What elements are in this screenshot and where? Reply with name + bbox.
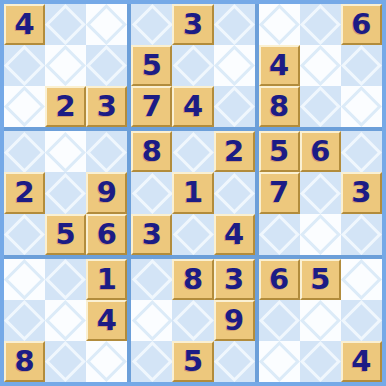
cell-r5c1: 2 bbox=[4, 172, 45, 213]
box-r1c1: 423 bbox=[4, 4, 127, 127]
cell-r6c7[interactable] bbox=[259, 214, 300, 255]
given-digit: 3 bbox=[183, 10, 203, 39]
cell-r4c2[interactable] bbox=[45, 131, 86, 172]
given-digit: 4 bbox=[97, 306, 117, 335]
cell-r2c9[interactable] bbox=[341, 45, 382, 86]
box-r2c3: 5673 bbox=[259, 131, 382, 254]
empty-cell-diamond-icon bbox=[300, 300, 341, 341]
given-digit: 4 bbox=[269, 51, 289, 80]
cell-r9c7[interactable] bbox=[259, 341, 300, 382]
cell-r8c5[interactable] bbox=[172, 300, 213, 341]
given-digit: 6 bbox=[97, 220, 117, 249]
given-digit: 7 bbox=[142, 92, 162, 121]
cell-r1c6[interactable] bbox=[214, 4, 255, 45]
given-digit: 5 bbox=[310, 265, 330, 294]
given-digit: 9 bbox=[224, 306, 244, 335]
empty-cell-diamond-icon bbox=[4, 45, 45, 86]
cell-r6c9[interactable] bbox=[341, 214, 382, 255]
cell-r1c2[interactable] bbox=[45, 4, 86, 45]
empty-cell-diamond-icon bbox=[132, 259, 173, 300]
empty-cell-diamond-icon bbox=[300, 45, 341, 86]
empty-cell-diamond-icon bbox=[259, 300, 300, 341]
given-digit: 2 bbox=[14, 178, 34, 207]
cell-r8c1[interactable] bbox=[4, 300, 45, 341]
given-digit: 8 bbox=[269, 92, 289, 121]
cell-r1c7[interactable] bbox=[259, 4, 300, 45]
cell-r3c8[interactable] bbox=[300, 86, 341, 127]
cell-r6c4: 3 bbox=[131, 214, 172, 255]
given-digit: 3 bbox=[142, 220, 162, 249]
given-digit: 7 bbox=[269, 178, 289, 207]
given-digit: 1 bbox=[97, 265, 117, 294]
given-digit: 4 bbox=[224, 220, 244, 249]
cell-r3c5: 4 bbox=[172, 86, 213, 127]
cell-r8c9[interactable] bbox=[341, 300, 382, 341]
cell-r5c7: 7 bbox=[259, 172, 300, 213]
cell-r1c3[interactable] bbox=[86, 4, 127, 45]
cell-r5c2[interactable] bbox=[45, 172, 86, 213]
empty-cell-diamond-icon bbox=[86, 132, 127, 173]
empty-cell-diamond-icon bbox=[214, 341, 255, 382]
given-digit: 3 bbox=[97, 92, 117, 121]
empty-cell-diamond-icon bbox=[45, 45, 86, 86]
cell-r1c5: 3 bbox=[172, 4, 213, 45]
empty-cell-diamond-icon bbox=[45, 173, 86, 214]
cell-r7c8: 5 bbox=[300, 259, 341, 300]
cell-r3c6[interactable] bbox=[214, 86, 255, 127]
given-digit: 1 bbox=[183, 178, 203, 207]
given-digit: 5 bbox=[56, 220, 76, 249]
given-digit: 6 bbox=[310, 137, 330, 166]
cell-r8c8[interactable] bbox=[300, 300, 341, 341]
cell-r2c5[interactable] bbox=[172, 45, 213, 86]
given-digit: 3 bbox=[351, 178, 371, 207]
empty-cell-diamond-icon bbox=[341, 259, 382, 300]
cell-r7c3: 1 bbox=[86, 259, 127, 300]
box-r3c2: 8395 bbox=[131, 259, 254, 382]
cell-r6c6: 4 bbox=[214, 214, 255, 255]
empty-cell-diamond-icon bbox=[300, 214, 341, 255]
cell-r7c7: 6 bbox=[259, 259, 300, 300]
empty-cell-diamond-icon bbox=[214, 86, 255, 127]
empty-cell-diamond-icon bbox=[45, 4, 86, 45]
sudoku-board: 423357464829568213456731488395654 bbox=[0, 0, 386, 386]
box-r3c1: 148 bbox=[4, 259, 127, 382]
empty-cell-diamond-icon bbox=[341, 86, 382, 127]
given-digit: 3 bbox=[224, 265, 244, 294]
empty-cell-diamond-icon bbox=[86, 341, 127, 382]
empty-cell-diamond-icon bbox=[259, 341, 300, 382]
empty-cell-diamond-icon bbox=[300, 173, 341, 214]
cell-r6c5[interactable] bbox=[172, 214, 213, 255]
empty-cell-diamond-icon bbox=[173, 45, 214, 86]
cell-r1c4[interactable] bbox=[131, 4, 172, 45]
empty-cell-diamond-icon bbox=[86, 45, 127, 86]
empty-cell-diamond-icon bbox=[300, 341, 341, 382]
empty-cell-diamond-icon bbox=[214, 4, 255, 45]
cell-r9c4[interactable] bbox=[131, 341, 172, 382]
given-digit: 2 bbox=[56, 92, 76, 121]
empty-cell-diamond-icon bbox=[86, 4, 127, 45]
cell-r4c3[interactable] bbox=[86, 131, 127, 172]
cell-r3c2: 2 bbox=[45, 86, 86, 127]
empty-cell-diamond-icon bbox=[4, 86, 45, 127]
cell-r3c3: 3 bbox=[86, 86, 127, 127]
cell-r2c7: 4 bbox=[259, 45, 300, 86]
given-digit: 4 bbox=[351, 347, 371, 376]
empty-cell-diamond-icon bbox=[341, 214, 382, 255]
given-digit: 9 bbox=[97, 178, 117, 207]
empty-cell-diamond-icon bbox=[4, 259, 45, 300]
cell-r5c4[interactable] bbox=[131, 172, 172, 213]
cell-r6c8[interactable] bbox=[300, 214, 341, 255]
cell-r4c9[interactable] bbox=[341, 131, 382, 172]
given-digit: 6 bbox=[269, 265, 289, 294]
cell-r8c3: 4 bbox=[86, 300, 127, 341]
cell-r8c4[interactable] bbox=[131, 300, 172, 341]
cell-r9c3[interactable] bbox=[86, 341, 127, 382]
empty-cell-diamond-icon bbox=[173, 132, 214, 173]
box-r1c2: 3574 bbox=[131, 4, 254, 127]
cell-r6c3: 6 bbox=[86, 214, 127, 255]
cell-r9c2[interactable] bbox=[45, 341, 86, 382]
empty-cell-diamond-icon bbox=[4, 214, 45, 255]
empty-cell-diamond-icon bbox=[259, 214, 300, 255]
empty-cell-diamond-icon bbox=[173, 300, 214, 341]
cell-r7c6: 3 bbox=[214, 259, 255, 300]
cell-r4c8: 6 bbox=[300, 131, 341, 172]
empty-cell-diamond-icon bbox=[300, 86, 341, 127]
cell-r9c6[interactable] bbox=[214, 341, 255, 382]
empty-cell-diamond-icon bbox=[45, 300, 86, 341]
box-r1c3: 648 bbox=[259, 4, 382, 127]
given-digit: 5 bbox=[183, 347, 203, 376]
box-r3c3: 654 bbox=[259, 259, 382, 382]
cell-r2c8[interactable] bbox=[300, 45, 341, 86]
cell-r2c1[interactable] bbox=[4, 45, 45, 86]
given-digit: 2 bbox=[224, 137, 244, 166]
given-digit: 4 bbox=[183, 92, 203, 121]
empty-cell-diamond-icon bbox=[173, 214, 214, 255]
given-digit: 5 bbox=[142, 51, 162, 80]
box-r2c1: 2956 bbox=[4, 131, 127, 254]
given-digit: 8 bbox=[14, 347, 34, 376]
cell-r4c1[interactable] bbox=[4, 131, 45, 172]
cell-r4c4: 8 bbox=[131, 131, 172, 172]
cell-r9c5: 5 bbox=[172, 341, 213, 382]
cell-r2c6[interactable] bbox=[214, 45, 255, 86]
given-digit: 5 bbox=[269, 137, 289, 166]
cell-r3c1[interactable] bbox=[4, 86, 45, 127]
empty-cell-diamond-icon bbox=[132, 341, 173, 382]
box-r2c2: 82134 bbox=[131, 131, 254, 254]
cell-r8c6: 9 bbox=[214, 300, 255, 341]
cell-r2c2[interactable] bbox=[45, 45, 86, 86]
empty-cell-diamond-icon bbox=[4, 300, 45, 341]
cell-r7c5: 8 bbox=[172, 259, 213, 300]
given-digit: 6 bbox=[351, 10, 371, 39]
empty-cell-diamond-icon bbox=[132, 300, 173, 341]
cell-r3c7: 8 bbox=[259, 86, 300, 127]
empty-cell-diamond-icon bbox=[45, 132, 86, 173]
cell-r5c5: 1 bbox=[172, 172, 213, 213]
cell-r8c7[interactable] bbox=[259, 300, 300, 341]
given-digit: 4 bbox=[14, 10, 34, 39]
empty-cell-diamond-icon bbox=[300, 4, 341, 45]
cell-r6c1[interactable] bbox=[4, 214, 45, 255]
cell-r5c9: 3 bbox=[341, 172, 382, 213]
given-digit: 8 bbox=[183, 265, 203, 294]
cell-r1c9: 6 bbox=[341, 4, 382, 45]
empty-cell-diamond-icon bbox=[132, 4, 173, 45]
empty-cell-diamond-icon bbox=[341, 132, 382, 173]
cell-r8c2[interactable] bbox=[45, 300, 86, 341]
cell-r9c9: 4 bbox=[341, 341, 382, 382]
cell-r5c8[interactable] bbox=[300, 172, 341, 213]
cell-r9c1: 8 bbox=[4, 341, 45, 382]
empty-cell-diamond-icon bbox=[45, 341, 86, 382]
cell-r7c4[interactable] bbox=[131, 259, 172, 300]
cell-r7c2[interactable] bbox=[45, 259, 86, 300]
cell-r5c3: 9 bbox=[86, 172, 127, 213]
cell-r7c1[interactable] bbox=[4, 259, 45, 300]
empty-cell-diamond-icon bbox=[259, 4, 300, 45]
cell-r9c8[interactable] bbox=[300, 341, 341, 382]
empty-cell-diamond-icon bbox=[4, 132, 45, 173]
cell-r1c8[interactable] bbox=[300, 4, 341, 45]
empty-cell-diamond-icon bbox=[214, 45, 255, 86]
given-digit: 8 bbox=[142, 137, 162, 166]
cell-r6c2: 5 bbox=[45, 214, 86, 255]
empty-cell-diamond-icon bbox=[132, 173, 173, 214]
cell-r2c4: 5 bbox=[131, 45, 172, 86]
cell-r4c7: 5 bbox=[259, 131, 300, 172]
cell-r4c6: 2 bbox=[214, 131, 255, 172]
cell-r3c9[interactable] bbox=[341, 86, 382, 127]
cell-r4c5[interactable] bbox=[172, 131, 213, 172]
cell-r5c6[interactable] bbox=[214, 172, 255, 213]
empty-cell-diamond-icon bbox=[45, 259, 86, 300]
empty-cell-diamond-icon bbox=[341, 300, 382, 341]
cell-r2c3[interactable] bbox=[86, 45, 127, 86]
cell-r7c9[interactable] bbox=[341, 259, 382, 300]
cell-r1c1: 4 bbox=[4, 4, 45, 45]
empty-cell-diamond-icon bbox=[341, 45, 382, 86]
empty-cell-diamond-icon bbox=[214, 173, 255, 214]
cell-r3c4: 7 bbox=[131, 86, 172, 127]
